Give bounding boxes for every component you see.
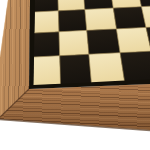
board-square-dark [60,54,92,83]
board-black-border [29,0,150,89]
board-square-light [58,0,85,11]
square-gap-line [58,0,61,84]
square-gap-line [34,26,150,33]
board-square-dark [35,0,59,12]
board-square-dark [87,29,120,54]
board-square-light [85,8,117,30]
board-square-light [33,56,60,85]
squares-group [33,0,150,85]
board-square-dark [58,9,86,31]
board-square-light [89,53,125,82]
board-square-light [116,27,150,52]
square-gap-line [110,0,124,80]
board-square-light [59,30,89,55]
square-gap-line [137,0,150,79]
board-square-dark [137,0,150,7]
board-square-light [110,0,141,8]
board-square-dark [113,7,146,29]
square-gap-line [34,49,150,57]
square-gap-line [35,5,150,12]
square-gap-line [83,0,91,82]
board-square-dark [34,32,60,57]
board-square-light [34,11,59,33]
board-square-dark [146,26,150,51]
chessboard-corner-photo [0,0,150,150]
board-square-dark [120,51,150,80]
board-square-light [141,5,150,27]
board-square-dark [83,0,113,9]
